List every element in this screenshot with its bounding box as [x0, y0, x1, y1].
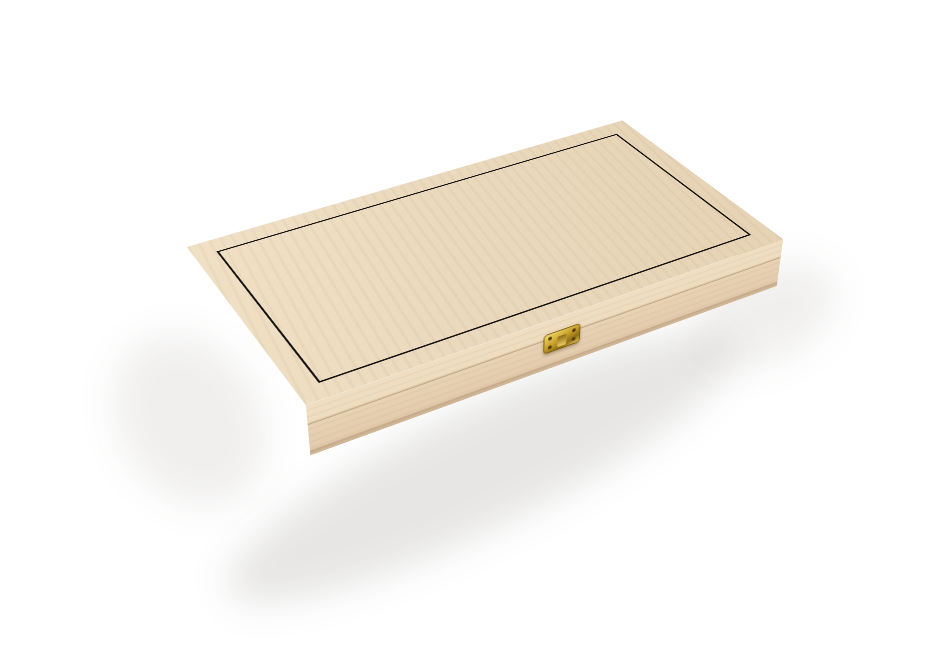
clasp-hook [557, 333, 567, 347]
clasp-pin [548, 336, 552, 341]
clasp-pin [572, 327, 576, 332]
clasp-pin [572, 336, 576, 341]
clasp-pin [548, 345, 552, 350]
brass-clasp [543, 322, 580, 354]
product-photo-page: { "game": "chess", "scene_type": "wooden… [0, 0, 944, 647]
